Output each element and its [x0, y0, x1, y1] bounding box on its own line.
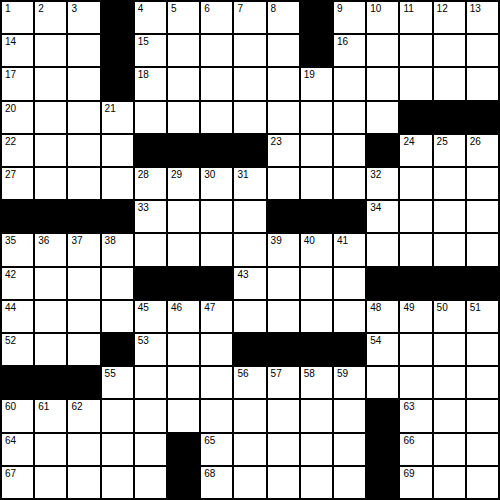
crossword-grid: 1234567891011121314151617181920212223242… [0, 0, 500, 500]
cell-r2c5[interactable] [168, 68, 199, 99]
cell-r8c2[interactable] [68, 268, 99, 299]
block-cell-r6c0 [2, 201, 33, 232]
block-cell-r4c6 [201, 135, 232, 166]
cell-r0c8[interactable]: 8 [268, 2, 299, 33]
clue-number-69: 69 [403, 469, 414, 479]
cell-r4c8[interactable]: 23 [268, 135, 299, 166]
cell-r8c9[interactable] [301, 268, 332, 299]
cell-r3c6[interactable] [201, 102, 232, 133]
cell-r6c7[interactable] [234, 201, 265, 232]
cell-r14c8[interactable] [268, 467, 299, 498]
cell-r6c11[interactable]: 34 [367, 201, 398, 232]
cell-r14c4[interactable] [135, 467, 166, 498]
clue-number-58: 58 [304, 369, 315, 379]
clue-number-57: 57 [271, 369, 282, 379]
block-cell-r4c4 [135, 135, 166, 166]
cell-r14c12[interactable]: 69 [400, 467, 431, 498]
clue-number-42: 42 [5, 270, 16, 280]
cell-r5c0[interactable]: 27 [2, 168, 33, 199]
cell-r9c0[interactable]: 44 [2, 301, 33, 332]
clue-number-13: 13 [470, 4, 481, 14]
clue-number-43: 43 [237, 270, 248, 280]
cell-r9c3[interactable] [102, 301, 133, 332]
cell-r5c10[interactable] [334, 168, 365, 199]
cell-r10c4[interactable]: 53 [135, 334, 166, 365]
clue-number-48: 48 [370, 303, 381, 313]
block-cell-r6c10 [334, 201, 365, 232]
clue-number-56: 56 [237, 369, 248, 379]
cell-r3c3[interactable]: 21 [102, 102, 133, 133]
cell-r7c8[interactable]: 39 [268, 234, 299, 265]
cell-r12c7[interactable] [234, 400, 265, 431]
cell-r4c14[interactable]: 26 [467, 135, 498, 166]
cell-r10c1[interactable] [35, 334, 66, 365]
cell-r5c4[interactable]: 28 [135, 168, 166, 199]
clue-number-41: 41 [337, 236, 348, 246]
clue-number-15: 15 [138, 37, 149, 47]
clue-number-9: 9 [337, 4, 343, 14]
cell-r11c11[interactable] [367, 367, 398, 398]
cell-r1c11[interactable] [367, 35, 398, 66]
clue-number-28: 28 [138, 170, 149, 180]
cell-r6c14[interactable] [467, 201, 498, 232]
cell-r14c1[interactable] [35, 467, 66, 498]
clue-number-4: 4 [138, 4, 144, 14]
clue-number-7: 7 [237, 4, 243, 14]
cell-r10c0[interactable]: 52 [2, 334, 33, 365]
cell-r4c12[interactable]: 24 [400, 135, 431, 166]
cell-r13c4[interactable] [135, 434, 166, 465]
cell-r13c13[interactable] [434, 434, 465, 465]
cell-r11c5[interactable] [168, 367, 199, 398]
clue-number-2: 2 [38, 4, 44, 14]
cell-r1c4[interactable]: 15 [135, 35, 166, 66]
cell-r13c10[interactable] [334, 434, 365, 465]
clue-number-49: 49 [403, 303, 414, 313]
block-cell-r3c12 [400, 102, 431, 133]
block-cell-r12c11 [367, 400, 398, 431]
cell-r13c6[interactable]: 65 [201, 434, 232, 465]
block-cell-r8c6 [201, 268, 232, 299]
cell-r7c11[interactable] [367, 234, 398, 265]
cell-r14c6[interactable]: 68 [201, 467, 232, 498]
cell-r0c14[interactable]: 13 [467, 2, 498, 33]
cell-r7c1[interactable]: 36 [35, 234, 66, 265]
cell-r8c0[interactable]: 42 [2, 268, 33, 299]
cell-r7c12[interactable] [400, 234, 431, 265]
block-cell-r11c0 [2, 367, 33, 398]
block-cell-r1c9 [301, 35, 332, 66]
cell-r10c2[interactable] [68, 334, 99, 365]
cell-r6c12[interactable] [400, 201, 431, 232]
block-cell-r8c13 [434, 268, 465, 299]
cell-r7c10[interactable]: 41 [334, 234, 365, 265]
cell-r9c14[interactable]: 51 [467, 301, 498, 332]
cell-r12c13[interactable] [434, 400, 465, 431]
cell-r8c8[interactable] [268, 268, 299, 299]
clue-number-55: 55 [105, 369, 116, 379]
clue-number-44: 44 [5, 303, 16, 313]
block-cell-r10c9 [301, 334, 332, 365]
clue-number-40: 40 [304, 236, 315, 246]
cell-r0c5[interactable]: 5 [168, 2, 199, 33]
clue-number-33: 33 [138, 203, 149, 213]
cell-r0c2[interactable]: 3 [68, 2, 99, 33]
clue-number-29: 29 [171, 170, 182, 180]
block-cell-r0c9 [301, 2, 332, 33]
block-cell-r8c11 [367, 268, 398, 299]
cell-r1c0[interactable]: 14 [2, 35, 33, 66]
cell-r14c13[interactable] [434, 467, 465, 498]
cell-r12c1[interactable]: 61 [35, 400, 66, 431]
block-cell-r1c3 [102, 35, 133, 66]
block-cell-r4c7 [234, 135, 265, 166]
block-cell-r14c11 [367, 467, 398, 498]
cell-r7c3[interactable]: 38 [102, 234, 133, 265]
cell-r12c9[interactable] [301, 400, 332, 431]
cell-r7c13[interactable] [434, 234, 465, 265]
cell-r5c7[interactable]: 31 [234, 168, 265, 199]
cell-r1c6[interactable] [201, 35, 232, 66]
cell-r5c8[interactable] [268, 168, 299, 199]
cell-r5c11[interactable]: 32 [367, 168, 398, 199]
cell-r11c4[interactable] [135, 367, 166, 398]
cell-r11c7[interactable]: 56 [234, 367, 265, 398]
clue-number-6: 6 [204, 4, 210, 14]
cell-r9c11[interactable]: 48 [367, 301, 398, 332]
cell-r9c8[interactable] [268, 301, 299, 332]
cell-r6c5[interactable] [168, 201, 199, 232]
clue-number-5: 5 [171, 4, 177, 14]
clue-number-35: 35 [5, 236, 16, 246]
cell-r11c9[interactable]: 58 [301, 367, 332, 398]
cell-r7c14[interactable] [467, 234, 498, 265]
cell-r8c1[interactable] [35, 268, 66, 299]
clue-number-37: 37 [71, 236, 82, 246]
cell-r1c8[interactable] [268, 35, 299, 66]
cell-r6c13[interactable] [434, 201, 465, 232]
cell-r12c12[interactable]: 63 [400, 400, 431, 431]
cell-r13c3[interactable] [102, 434, 133, 465]
cell-r3c4[interactable] [135, 102, 166, 133]
clue-number-47: 47 [204, 303, 215, 313]
cell-r1c10[interactable]: 16 [334, 35, 365, 66]
cell-r5c5[interactable]: 29 [168, 168, 199, 199]
block-cell-r6c8 [268, 201, 299, 232]
block-cell-r6c2 [68, 201, 99, 232]
clue-number-8: 8 [271, 4, 277, 14]
cell-r12c6[interactable] [201, 400, 232, 431]
clue-number-64: 64 [5, 436, 16, 446]
cell-r14c9[interactable] [301, 467, 332, 498]
cell-r0c4[interactable]: 4 [135, 2, 166, 33]
block-cell-r8c5 [168, 268, 199, 299]
cell-r2c12[interactable] [400, 68, 431, 99]
clue-number-11: 11 [403, 4, 413, 14]
clue-number-24: 24 [403, 137, 414, 147]
cell-r3c5[interactable] [168, 102, 199, 133]
clue-number-20: 20 [5, 104, 16, 114]
block-cell-r0c3 [102, 2, 133, 33]
cell-r7c4[interactable] [135, 234, 166, 265]
cell-r5c9[interactable] [301, 168, 332, 199]
clue-number-26: 26 [470, 137, 481, 147]
clue-number-31: 31 [237, 170, 248, 180]
cell-r3c9[interactable] [301, 102, 332, 133]
cell-r2c4[interactable]: 18 [135, 68, 166, 99]
cell-r5c6[interactable]: 30 [201, 168, 232, 199]
cell-r12c4[interactable] [135, 400, 166, 431]
cell-r9c9[interactable] [301, 301, 332, 332]
block-cell-r3c13 [434, 102, 465, 133]
cell-r3c0[interactable]: 20 [2, 102, 33, 133]
cell-r14c7[interactable] [234, 467, 265, 498]
cell-r9c1[interactable] [35, 301, 66, 332]
cell-r9c12[interactable]: 49 [400, 301, 431, 332]
cell-r0c11[interactable]: 10 [367, 2, 398, 33]
clue-number-3: 3 [71, 4, 77, 14]
block-cell-r10c7 [234, 334, 265, 365]
cell-r13c0[interactable]: 64 [2, 434, 33, 465]
cell-r5c14[interactable] [467, 168, 498, 199]
block-cell-r8c12 [400, 268, 431, 299]
block-cell-r4c11 [367, 135, 398, 166]
cell-r3c8[interactable] [268, 102, 299, 133]
cell-r14c2[interactable] [68, 467, 99, 498]
cell-r11c13[interactable] [434, 367, 465, 398]
cell-r12c10[interactable] [334, 400, 365, 431]
cell-r6c4[interactable]: 33 [135, 201, 166, 232]
clue-number-62: 62 [71, 402, 82, 412]
cell-r1c13[interactable] [434, 35, 465, 66]
cell-r4c2[interactable] [68, 135, 99, 166]
cell-r2c10[interactable] [334, 68, 365, 99]
clue-number-32: 32 [370, 170, 381, 180]
cell-r14c3[interactable] [102, 467, 133, 498]
block-cell-r10c8 [268, 334, 299, 365]
cell-r12c14[interactable] [467, 400, 498, 431]
block-cell-r8c4 [135, 268, 166, 299]
cell-r3c1[interactable] [35, 102, 66, 133]
cell-r12c3[interactable] [102, 400, 133, 431]
cell-r9c13[interactable]: 50 [434, 301, 465, 332]
cell-r2c0[interactable]: 17 [2, 68, 33, 99]
cell-r2c1[interactable] [35, 68, 66, 99]
cell-r1c12[interactable] [400, 35, 431, 66]
clue-number-19: 19 [304, 70, 315, 80]
cell-r1c1[interactable] [35, 35, 66, 66]
cell-r12c5[interactable] [168, 400, 199, 431]
cell-r4c0[interactable]: 22 [2, 135, 33, 166]
clue-number-68: 68 [204, 469, 215, 479]
clue-number-25: 25 [437, 137, 448, 147]
cell-r13c8[interactable] [268, 434, 299, 465]
cell-r10c13[interactable] [434, 334, 465, 365]
cell-r7c0[interactable]: 35 [2, 234, 33, 265]
clue-number-53: 53 [138, 336, 149, 346]
cell-r13c14[interactable] [467, 434, 498, 465]
cell-r11c14[interactable] [467, 367, 498, 398]
cell-r13c2[interactable] [68, 434, 99, 465]
cell-r4c10[interactable] [334, 135, 365, 166]
cell-r4c1[interactable] [35, 135, 66, 166]
clue-number-52: 52 [5, 336, 16, 346]
clue-number-36: 36 [38, 236, 49, 246]
cell-r13c9[interactable] [301, 434, 332, 465]
block-cell-r6c9 [301, 201, 332, 232]
cell-r7c6[interactable] [201, 234, 232, 265]
cell-r10c14[interactable] [467, 334, 498, 365]
cell-r2c2[interactable] [68, 68, 99, 99]
block-cell-r4c5 [168, 135, 199, 166]
cell-r9c6[interactable]: 47 [201, 301, 232, 332]
block-cell-r6c1 [35, 201, 66, 232]
cell-r2c6[interactable] [201, 68, 232, 99]
block-cell-r10c3 [102, 334, 133, 365]
clue-number-21: 21 [105, 104, 116, 114]
cell-r10c12[interactable] [400, 334, 431, 365]
clue-number-67: 67 [5, 469, 16, 479]
clue-number-66: 66 [403, 436, 414, 446]
clue-number-50: 50 [437, 303, 448, 313]
cell-r0c1[interactable]: 2 [35, 2, 66, 33]
cell-r12c0[interactable]: 60 [2, 400, 33, 431]
cell-r1c7[interactable] [234, 35, 265, 66]
cell-r5c3[interactable] [102, 168, 133, 199]
cell-r9c4[interactable]: 45 [135, 301, 166, 332]
cell-r10c6[interactable] [201, 334, 232, 365]
cell-r14c0[interactable]: 67 [2, 467, 33, 498]
cell-r5c12[interactable] [400, 168, 431, 199]
cell-r3c7[interactable] [234, 102, 265, 133]
cell-r8c10[interactable] [334, 268, 365, 299]
block-cell-r13c11 [367, 434, 398, 465]
cell-r4c9[interactable] [301, 135, 332, 166]
cell-r13c12[interactable]: 66 [400, 434, 431, 465]
clue-number-23: 23 [271, 137, 282, 147]
cell-r13c1[interactable] [35, 434, 66, 465]
clue-number-61: 61 [38, 402, 49, 412]
cell-r11c8[interactable]: 57 [268, 367, 299, 398]
clue-number-60: 60 [5, 402, 16, 412]
block-cell-r8c14 [467, 268, 498, 299]
cell-r2c8[interactable] [268, 68, 299, 99]
cell-r6c6[interactable] [201, 201, 232, 232]
cell-r14c10[interactable] [334, 467, 365, 498]
cell-r0c7[interactable]: 7 [234, 2, 265, 33]
clue-number-17: 17 [5, 70, 16, 80]
cell-r2c7[interactable] [234, 68, 265, 99]
clue-number-16: 16 [337, 37, 348, 47]
cell-r7c2[interactable]: 37 [68, 234, 99, 265]
block-cell-r10c10 [334, 334, 365, 365]
cell-r0c0[interactable]: 1 [2, 2, 33, 33]
cell-r3c10[interactable] [334, 102, 365, 133]
clue-number-38: 38 [105, 236, 116, 246]
cell-r12c8[interactable] [268, 400, 299, 431]
cell-r9c5[interactable]: 46 [168, 301, 199, 332]
cell-r5c13[interactable] [434, 168, 465, 199]
cell-r1c14[interactable] [467, 35, 498, 66]
cell-r10c5[interactable] [168, 334, 199, 365]
cell-r0c12[interactable]: 11 [400, 2, 431, 33]
cell-r7c5[interactable] [168, 234, 199, 265]
cell-r7c7[interactable] [234, 234, 265, 265]
clue-number-22: 22 [5, 137, 16, 147]
clue-number-12: 12 [437, 4, 448, 14]
cell-r11c3[interactable]: 55 [102, 367, 133, 398]
cell-r11c6[interactable] [201, 367, 232, 398]
clue-number-46: 46 [171, 303, 182, 313]
block-cell-r14c5 [168, 467, 199, 498]
cell-r1c5[interactable] [168, 35, 199, 66]
cell-r2c9[interactable]: 19 [301, 68, 332, 99]
clue-number-54: 54 [370, 336, 381, 346]
cell-r3c11[interactable] [367, 102, 398, 133]
cell-r8c7[interactable]: 43 [234, 268, 265, 299]
cell-r13c7[interactable] [234, 434, 265, 465]
cell-r14c14[interactable] [467, 467, 498, 498]
cell-r0c6[interactable]: 6 [201, 2, 232, 33]
clue-number-59: 59 [337, 369, 348, 379]
cell-r2c14[interactable] [467, 68, 498, 99]
cell-r0c10[interactable]: 9 [334, 2, 365, 33]
clue-number-45: 45 [138, 303, 149, 313]
cell-r1c2[interactable] [68, 35, 99, 66]
cell-r4c13[interactable]: 25 [434, 135, 465, 166]
cell-r0c13[interactable]: 12 [434, 2, 465, 33]
clue-number-34: 34 [370, 203, 381, 213]
cell-r7c9[interactable]: 40 [301, 234, 332, 265]
clue-number-18: 18 [138, 70, 149, 80]
clue-number-65: 65 [204, 436, 215, 446]
cell-r2c11[interactable] [367, 68, 398, 99]
clue-number-39: 39 [271, 236, 282, 246]
clue-number-30: 30 [204, 170, 215, 180]
cell-r5c2[interactable] [68, 168, 99, 199]
clue-number-51: 51 [470, 303, 481, 313]
block-cell-r11c1 [35, 367, 66, 398]
block-cell-r2c3 [102, 68, 133, 99]
cell-r10c11[interactable]: 54 [367, 334, 398, 365]
clue-number-10: 10 [370, 4, 381, 14]
cell-r9c2[interactable] [68, 301, 99, 332]
cell-r11c12[interactable] [400, 367, 431, 398]
block-cell-r6c3 [102, 201, 133, 232]
cell-r4c3[interactable] [102, 135, 133, 166]
clue-number-27: 27 [5, 170, 16, 180]
block-cell-r13c5 [168, 434, 199, 465]
cell-r2c13[interactable] [434, 68, 465, 99]
cell-r11c10[interactable]: 59 [334, 367, 365, 398]
clue-number-14: 14 [5, 37, 16, 47]
cell-r9c10[interactable] [334, 301, 365, 332]
cell-r12c2[interactable]: 62 [68, 400, 99, 431]
cell-r3c2[interactable] [68, 102, 99, 133]
clue-number-1: 1 [5, 4, 11, 14]
clue-number-63: 63 [403, 402, 414, 412]
cell-r9c7[interactable] [234, 301, 265, 332]
cell-r5c1[interactable] [35, 168, 66, 199]
block-cell-r3c14 [467, 102, 498, 133]
block-cell-r11c2 [68, 367, 99, 398]
cell-r8c3[interactable] [102, 268, 133, 299]
